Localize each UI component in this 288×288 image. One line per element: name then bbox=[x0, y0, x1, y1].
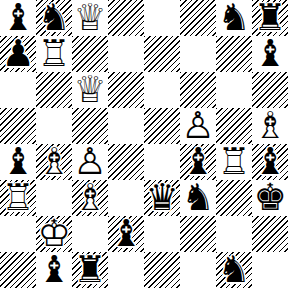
black-bishop-icon[interactable]: ♝♝ bbox=[0, 0, 36, 36]
square-g7[interactable] bbox=[216, 36, 252, 72]
piece-glyph: ♖ bbox=[1, 179, 34, 216]
square-e2[interactable] bbox=[144, 216, 180, 252]
square-g6[interactable] bbox=[216, 72, 252, 108]
square-b7[interactable]: ♜♖ bbox=[36, 36, 72, 72]
square-f7[interactable] bbox=[180, 36, 216, 72]
black-queen-icon[interactable]: ♛♛ bbox=[144, 180, 180, 216]
square-c8[interactable]: ♛♕ bbox=[72, 0, 108, 36]
square-d6[interactable] bbox=[108, 72, 144, 108]
piece-glyph: ♝ bbox=[253, 143, 286, 180]
white-rook-icon[interactable]: ♜♖ bbox=[216, 144, 252, 180]
square-e6[interactable] bbox=[144, 72, 180, 108]
square-b6[interactable] bbox=[36, 72, 72, 108]
white-queen-icon[interactable]: ♛♕ bbox=[72, 0, 108, 36]
square-d4[interactable] bbox=[108, 144, 144, 180]
square-a2[interactable] bbox=[0, 216, 36, 252]
square-f3[interactable]: ♞♞ bbox=[180, 180, 216, 216]
square-h2[interactable] bbox=[252, 216, 288, 252]
square-d5[interactable] bbox=[108, 108, 144, 144]
black-bishop-icon[interactable]: ♝♝ bbox=[180, 144, 216, 180]
square-d2[interactable]: ♝♝ bbox=[108, 216, 144, 252]
square-f5[interactable]: ♟♙ bbox=[180, 108, 216, 144]
square-a5[interactable] bbox=[0, 108, 36, 144]
piece-glyph: ♝ bbox=[253, 35, 286, 72]
piece-glyph: ♞ bbox=[181, 179, 214, 216]
piece-glyph: ♞ bbox=[217, 251, 250, 288]
piece-glyph: ♗ bbox=[253, 107, 286, 144]
square-f6[interactable] bbox=[180, 72, 216, 108]
square-c4[interactable]: ♟♙ bbox=[72, 144, 108, 180]
white-bishop-icon[interactable]: ♝♗ bbox=[36, 144, 72, 180]
square-g1[interactable]: ♞♞ bbox=[216, 252, 252, 288]
black-bishop-icon[interactable]: ♝♝ bbox=[108, 216, 144, 252]
black-bishop-icon[interactable]: ♝♝ bbox=[252, 144, 288, 180]
piece-glyph: ♜ bbox=[253, 0, 286, 36]
piece-glyph: ♝ bbox=[181, 143, 214, 180]
black-bishop-icon[interactable]: ♝♝ bbox=[36, 252, 72, 288]
white-queen-icon[interactable]: ♛♕ bbox=[72, 72, 108, 108]
square-f4[interactable]: ♝♝ bbox=[180, 144, 216, 180]
black-knight-icon[interactable]: ♞♞ bbox=[216, 0, 252, 36]
square-f2[interactable] bbox=[180, 216, 216, 252]
square-b2[interactable]: ♚♔ bbox=[36, 216, 72, 252]
black-bishop-icon[interactable]: ♝♝ bbox=[0, 144, 36, 180]
square-a6[interactable] bbox=[0, 72, 36, 108]
square-c7[interactable] bbox=[72, 36, 108, 72]
black-pawn-icon[interactable]: ♟♟ bbox=[0, 36, 36, 72]
white-pawn-icon[interactable]: ♟♙ bbox=[180, 108, 216, 144]
black-knight-icon[interactable]: ♞♞ bbox=[180, 180, 216, 216]
piece-glyph: ♛ bbox=[145, 179, 178, 216]
piece-glyph: ♝ bbox=[37, 251, 70, 288]
chess-board: ♝♝♞♞♛♕♞♞♜♜♟♟♜♖♝♝♛♕♟♙♝♗♝♝♝♗♟♙♝♝♜♖♝♝♜♖♝♗♛♛… bbox=[0, 0, 288, 288]
piece-glyph: ♜ bbox=[73, 251, 106, 288]
black-knight-icon[interactable]: ♞♞ bbox=[36, 0, 72, 36]
square-a4[interactable]: ♝♝ bbox=[0, 144, 36, 180]
piece-glyph: ♔ bbox=[37, 215, 70, 252]
square-g2[interactable] bbox=[216, 216, 252, 252]
white-rook-icon[interactable]: ♜♖ bbox=[0, 180, 36, 216]
square-h3[interactable]: ♚♚ bbox=[252, 180, 288, 216]
square-e4[interactable] bbox=[144, 144, 180, 180]
square-b8[interactable]: ♞♞ bbox=[36, 0, 72, 36]
square-g4[interactable]: ♜♖ bbox=[216, 144, 252, 180]
piece-glyph: ♗ bbox=[73, 179, 106, 216]
black-rook-icon[interactable]: ♜♜ bbox=[252, 0, 288, 36]
piece-glyph: ♝ bbox=[1, 143, 34, 180]
piece-glyph: ♗ bbox=[37, 143, 70, 180]
piece-glyph: ♞ bbox=[37, 0, 70, 36]
piece-glyph: ♕ bbox=[73, 0, 106, 36]
square-b5[interactable] bbox=[36, 108, 72, 144]
white-rook-icon[interactable]: ♜♖ bbox=[36, 36, 72, 72]
black-bishop-icon[interactable]: ♝♝ bbox=[252, 36, 288, 72]
square-d7[interactable] bbox=[108, 36, 144, 72]
white-bishop-icon[interactable]: ♝♗ bbox=[252, 108, 288, 144]
piece-glyph: ♚ bbox=[253, 179, 286, 216]
square-g3[interactable] bbox=[216, 180, 252, 216]
square-e5[interactable] bbox=[144, 108, 180, 144]
square-h1[interactable] bbox=[252, 252, 288, 288]
square-a1[interactable] bbox=[0, 252, 36, 288]
square-c3[interactable]: ♝♗ bbox=[72, 180, 108, 216]
piece-glyph: ♖ bbox=[217, 143, 250, 180]
square-g5[interactable] bbox=[216, 108, 252, 144]
square-h8[interactable]: ♜♜ bbox=[252, 0, 288, 36]
white-bishop-icon[interactable]: ♝♗ bbox=[72, 180, 108, 216]
square-e1[interactable] bbox=[144, 252, 180, 288]
piece-glyph: ♙ bbox=[181, 107, 214, 144]
square-c2[interactable] bbox=[72, 216, 108, 252]
white-king-icon[interactable]: ♚♔ bbox=[36, 216, 72, 252]
square-h7[interactable]: ♝♝ bbox=[252, 36, 288, 72]
square-d8[interactable] bbox=[108, 0, 144, 36]
piece-glyph: ♕ bbox=[73, 71, 106, 108]
piece-glyph: ♝ bbox=[109, 215, 142, 252]
square-f1[interactable] bbox=[180, 252, 216, 288]
piece-glyph: ♝ bbox=[1, 0, 34, 36]
piece-glyph: ♙ bbox=[73, 143, 106, 180]
square-h6[interactable] bbox=[252, 72, 288, 108]
black-king-icon[interactable]: ♚♚ bbox=[252, 180, 288, 216]
black-rook-icon[interactable]: ♜♜ bbox=[72, 252, 108, 288]
square-b3[interactable] bbox=[36, 180, 72, 216]
black-knight-icon[interactable]: ♞♞ bbox=[216, 252, 252, 288]
square-c6[interactable]: ♛♕ bbox=[72, 72, 108, 108]
square-f8[interactable] bbox=[180, 0, 216, 36]
square-b1[interactable]: ♝♝ bbox=[36, 252, 72, 288]
square-a8[interactable]: ♝♝ bbox=[0, 0, 36, 36]
square-d3[interactable] bbox=[108, 180, 144, 216]
piece-glyph: ♟ bbox=[1, 35, 34, 72]
square-d1[interactable] bbox=[108, 252, 144, 288]
square-c5[interactable] bbox=[72, 108, 108, 144]
white-pawn-icon[interactable]: ♟♙ bbox=[72, 144, 108, 180]
square-h4[interactable]: ♝♝ bbox=[252, 144, 288, 180]
piece-glyph: ♞ bbox=[217, 0, 250, 36]
square-h5[interactable]: ♝♗ bbox=[252, 108, 288, 144]
square-e3[interactable]: ♛♛ bbox=[144, 180, 180, 216]
square-e7[interactable] bbox=[144, 36, 180, 72]
square-a3[interactable]: ♜♖ bbox=[0, 180, 36, 216]
square-a7[interactable]: ♟♟ bbox=[0, 36, 36, 72]
square-g8[interactable]: ♞♞ bbox=[216, 0, 252, 36]
piece-glyph: ♖ bbox=[37, 35, 70, 72]
square-e8[interactable] bbox=[144, 0, 180, 36]
square-b4[interactable]: ♝♗ bbox=[36, 144, 72, 180]
square-c1[interactable]: ♜♜ bbox=[72, 252, 108, 288]
